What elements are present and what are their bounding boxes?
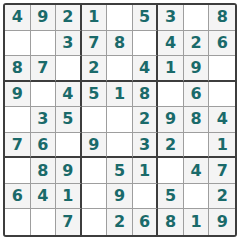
cell-r4c4[interactable]: 5 — [82, 82, 108, 108]
cell-r7c2[interactable]: 8 — [31, 158, 57, 184]
cell-r9c3[interactable]: 7 — [56, 209, 82, 235]
cell-r8c2[interactable]: 4 — [31, 184, 57, 210]
cell-r5c6[interactable]: 2 — [133, 107, 159, 133]
cell-r5c5[interactable] — [107, 107, 133, 133]
cell-r6c9[interactable]: 1 — [209, 133, 235, 159]
cell-r2c1[interactable] — [5, 31, 31, 57]
cell-r1c9[interactable]: 8 — [209, 5, 235, 31]
sudoku-board: 4921538378426872419945186352984769321895… — [3, 3, 237, 237]
cell-r8c9[interactable]: 2 — [209, 184, 235, 210]
cell-r9c2[interactable] — [31, 209, 57, 235]
cell-r5c9[interactable]: 4 — [209, 107, 235, 133]
cell-r3c5[interactable] — [107, 56, 133, 82]
cell-r9c1[interactable] — [5, 209, 31, 235]
cell-r3c9[interactable] — [209, 56, 235, 82]
cell-r3c8[interactable]: 9 — [184, 56, 210, 82]
cell-r1c5[interactable] — [107, 5, 133, 31]
cell-r8c3[interactable]: 1 — [56, 184, 82, 210]
cell-r2c2[interactable] — [31, 31, 57, 57]
cell-r3c2[interactable]: 7 — [31, 56, 57, 82]
cell-r7c7[interactable] — [158, 158, 184, 184]
cell-r7c9[interactable]: 7 — [209, 158, 235, 184]
cell-r2c9[interactable]: 6 — [209, 31, 235, 57]
cell-r2c7[interactable]: 4 — [158, 31, 184, 57]
cell-r4c2[interactable] — [31, 82, 57, 108]
cell-r7c3[interactable]: 9 — [56, 158, 82, 184]
cell-r6c3[interactable] — [56, 133, 82, 159]
cell-r3c6[interactable]: 4 — [133, 56, 159, 82]
cell-r7c8[interactable]: 4 — [184, 158, 210, 184]
cell-r1c4[interactable]: 1 — [82, 5, 108, 31]
cell-r7c6[interactable]: 1 — [133, 158, 159, 184]
cell-r4c6[interactable]: 8 — [133, 82, 159, 108]
cell-r2c5[interactable]: 8 — [107, 31, 133, 57]
cell-r7c1[interactable] — [5, 158, 31, 184]
cell-r1c6[interactable]: 5 — [133, 5, 159, 31]
cell-r2c6[interactable] — [133, 31, 159, 57]
cell-r9c8[interactable]: 1 — [184, 209, 210, 235]
cell-r8c4[interactable] — [82, 184, 108, 210]
cell-r5c1[interactable] — [5, 107, 31, 133]
cell-r2c3[interactable]: 3 — [56, 31, 82, 57]
cell-r9c6[interactable]: 6 — [133, 209, 159, 235]
cell-r5c4[interactable] — [82, 107, 108, 133]
page: 4921538378426872419945186352984769321895… — [0, 0, 240, 240]
cell-r3c3[interactable] — [56, 56, 82, 82]
cell-r4c1[interactable]: 9 — [5, 82, 31, 108]
cell-r6c1[interactable]: 7 — [5, 133, 31, 159]
cell-r1c7[interactable]: 3 — [158, 5, 184, 31]
cell-r3c4[interactable]: 2 — [82, 56, 108, 82]
cell-r8c1[interactable]: 6 — [5, 184, 31, 210]
cell-r4c3[interactable]: 4 — [56, 82, 82, 108]
cell-r4c8[interactable]: 6 — [184, 82, 210, 108]
cell-r3c1[interactable]: 8 — [5, 56, 31, 82]
cell-r9c5[interactable]: 2 — [107, 209, 133, 235]
cell-r1c3[interactable]: 2 — [56, 5, 82, 31]
cell-r6c6[interactable]: 3 — [133, 133, 159, 159]
cell-r2c8[interactable]: 2 — [184, 31, 210, 57]
cell-r5c2[interactable]: 3 — [31, 107, 57, 133]
cell-r6c7[interactable]: 2 — [158, 133, 184, 159]
cell-r5c7[interactable]: 9 — [158, 107, 184, 133]
cell-r4c5[interactable]: 1 — [107, 82, 133, 108]
cell-r9c9[interactable]: 9 — [209, 209, 235, 235]
cell-r6c4[interactable]: 9 — [82, 133, 108, 159]
cell-r5c8[interactable]: 8 — [184, 107, 210, 133]
cell-r1c1[interactable]: 4 — [5, 5, 31, 31]
cell-r5c3[interactable]: 5 — [56, 107, 82, 133]
cell-r7c4[interactable] — [82, 158, 108, 184]
cell-r3c7[interactable]: 1 — [158, 56, 184, 82]
cell-r8c5[interactable]: 9 — [107, 184, 133, 210]
cell-r6c5[interactable] — [107, 133, 133, 159]
cell-r7c5[interactable]: 5 — [107, 158, 133, 184]
cell-r8c8[interactable] — [184, 184, 210, 210]
cell-r8c6[interactable] — [133, 184, 159, 210]
cell-r9c4[interactable] — [82, 209, 108, 235]
cell-r1c8[interactable] — [184, 5, 210, 31]
cell-r2c4[interactable]: 7 — [82, 31, 108, 57]
cell-r1c2[interactable]: 9 — [31, 5, 57, 31]
cell-r4c9[interactable] — [209, 82, 235, 108]
cell-r4c7[interactable] — [158, 82, 184, 108]
cell-r6c2[interactable]: 6 — [31, 133, 57, 159]
cell-r9c7[interactable]: 8 — [158, 209, 184, 235]
cell-r6c8[interactable] — [184, 133, 210, 159]
cell-r8c7[interactable]: 5 — [158, 184, 184, 210]
